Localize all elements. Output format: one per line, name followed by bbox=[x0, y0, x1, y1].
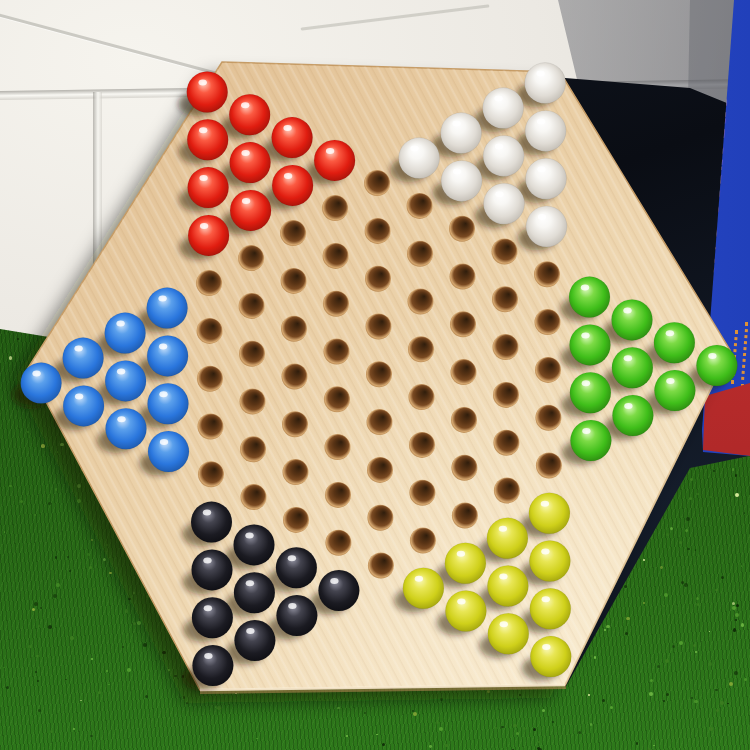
chinese-checkers-board bbox=[0, 0, 750, 750]
marble-white[interactable] bbox=[484, 183, 525, 224]
board-hole[interactable] bbox=[407, 241, 433, 267]
board-hole[interactable] bbox=[408, 289, 434, 315]
board-hole[interactable] bbox=[451, 359, 477, 385]
marble-red[interactable] bbox=[188, 215, 229, 256]
board-hole[interactable] bbox=[282, 364, 308, 390]
board-hole[interactable] bbox=[494, 478, 520, 504]
marble-black[interactable] bbox=[234, 572, 275, 613]
board-hole[interactable] bbox=[323, 243, 349, 269]
board-hole[interactable] bbox=[407, 193, 433, 219]
marble-blue[interactable] bbox=[147, 288, 188, 329]
marble-white[interactable] bbox=[525, 110, 566, 151]
marble-yellow[interactable] bbox=[529, 541, 570, 582]
board-hole[interactable] bbox=[324, 386, 350, 412]
board-hole[interactable] bbox=[197, 366, 223, 392]
board-hole[interactable] bbox=[283, 459, 309, 485]
board-hole[interactable] bbox=[410, 528, 436, 554]
marble-blue[interactable] bbox=[148, 383, 189, 424]
marble-black[interactable] bbox=[234, 620, 275, 661]
marble-red[interactable] bbox=[314, 140, 355, 181]
board-hole[interactable] bbox=[322, 195, 348, 221]
marble-blue[interactable] bbox=[106, 408, 147, 449]
marble-white[interactable] bbox=[526, 158, 567, 199]
board-hole[interactable] bbox=[366, 361, 392, 387]
board-hole[interactable] bbox=[198, 461, 224, 487]
marble-blue[interactable] bbox=[63, 385, 104, 426]
marble-black[interactable] bbox=[276, 595, 317, 636]
board-hole[interactable] bbox=[239, 293, 265, 319]
board-hole[interactable] bbox=[325, 434, 351, 460]
marble-yellow[interactable] bbox=[487, 518, 528, 559]
marble-black[interactable] bbox=[192, 597, 233, 638]
marble-white[interactable] bbox=[483, 88, 524, 129]
marble-yellow[interactable] bbox=[445, 591, 486, 632]
marble-black[interactable] bbox=[192, 549, 233, 590]
marble-yellow[interactable] bbox=[530, 636, 571, 677]
marble-green[interactable] bbox=[696, 345, 737, 386]
marble-black[interactable] bbox=[192, 645, 233, 686]
board-hole[interactable] bbox=[492, 239, 518, 265]
board-hole[interactable] bbox=[196, 270, 222, 296]
board-hole[interactable] bbox=[409, 384, 435, 410]
marble-blue[interactable] bbox=[105, 360, 146, 401]
marble-green[interactable] bbox=[569, 277, 610, 318]
marble-yellow[interactable] bbox=[488, 613, 529, 654]
marble-red[interactable] bbox=[230, 142, 271, 183]
board-hole[interactable] bbox=[197, 318, 223, 344]
marble-white[interactable] bbox=[441, 113, 482, 154]
board-hole[interactable] bbox=[367, 457, 393, 483]
board-hole[interactable] bbox=[492, 286, 518, 312]
board-hole[interactable] bbox=[281, 268, 307, 294]
board-hole[interactable] bbox=[240, 436, 266, 462]
board-hole[interactable] bbox=[241, 484, 267, 510]
marble-yellow[interactable] bbox=[487, 566, 528, 607]
marble-white[interactable] bbox=[525, 63, 566, 104]
marble-white[interactable] bbox=[441, 160, 482, 201]
board-hole[interactable] bbox=[451, 455, 477, 481]
marble-red[interactable] bbox=[187, 72, 228, 113]
board-hole[interactable] bbox=[367, 505, 393, 531]
marble-green[interactable] bbox=[570, 324, 611, 365]
marble-white[interactable] bbox=[526, 206, 567, 247]
board-hole[interactable] bbox=[408, 336, 434, 362]
marble-red[interactable] bbox=[188, 167, 229, 208]
marble-blue[interactable] bbox=[148, 431, 189, 472]
board-hole[interactable] bbox=[364, 170, 390, 196]
board-hole[interactable] bbox=[534, 261, 560, 287]
marble-blue[interactable] bbox=[21, 363, 62, 404]
board-hole[interactable] bbox=[366, 314, 392, 340]
marble-yellow[interactable] bbox=[403, 568, 444, 609]
board-hole[interactable] bbox=[282, 411, 308, 437]
marble-yellow[interactable] bbox=[445, 543, 486, 584]
board-hole[interactable] bbox=[450, 311, 476, 337]
marble-green[interactable] bbox=[570, 420, 611, 461]
board-hole[interactable] bbox=[367, 409, 393, 435]
board-hole[interactable] bbox=[324, 339, 350, 365]
marble-black[interactable] bbox=[318, 570, 359, 611]
marble-red[interactable] bbox=[230, 190, 271, 231]
board-hole[interactable] bbox=[536, 453, 562, 479]
board-hole[interactable] bbox=[198, 414, 224, 440]
marble-green[interactable] bbox=[612, 347, 653, 388]
marble-blue[interactable] bbox=[63, 338, 104, 379]
board-hole[interactable] bbox=[280, 220, 306, 246]
board-hole[interactable] bbox=[409, 432, 435, 458]
board-hole[interactable] bbox=[493, 382, 519, 408]
board-hole[interactable] bbox=[238, 245, 264, 271]
marble-yellow[interactable] bbox=[530, 588, 571, 629]
marble-red[interactable] bbox=[272, 165, 313, 206]
marble-green[interactable] bbox=[570, 372, 611, 413]
board-hole[interactable] bbox=[365, 266, 391, 292]
marble-red[interactable] bbox=[272, 117, 313, 158]
board-hole[interactable] bbox=[535, 309, 561, 335]
board-hole[interactable] bbox=[409, 480, 435, 506]
board-hole[interactable] bbox=[493, 430, 519, 456]
marble-red[interactable] bbox=[187, 119, 228, 160]
board-hole[interactable] bbox=[535, 357, 561, 383]
board-hole[interactable] bbox=[368, 553, 394, 579]
marble-white[interactable] bbox=[483, 135, 524, 176]
marble-red[interactable] bbox=[229, 94, 270, 135]
marble-green[interactable] bbox=[612, 299, 653, 340]
board-hole[interactable] bbox=[452, 503, 478, 529]
board-hole[interactable] bbox=[283, 507, 309, 533]
marble-blue[interactable] bbox=[105, 313, 146, 354]
marble-black[interactable] bbox=[191, 502, 232, 543]
board-hole[interactable] bbox=[449, 216, 475, 242]
marble-green[interactable] bbox=[654, 370, 695, 411]
marble-white[interactable] bbox=[399, 138, 440, 179]
board-hole[interactable] bbox=[493, 334, 519, 360]
marble-black[interactable] bbox=[234, 524, 275, 565]
marble-green[interactable] bbox=[612, 395, 653, 436]
photo-scene: CHECKERS GAM bbox=[0, 0, 750, 750]
board-hole[interactable] bbox=[325, 530, 351, 556]
board-hole[interactable] bbox=[281, 316, 307, 342]
board-hole[interactable] bbox=[535, 405, 561, 431]
board-hole[interactable] bbox=[451, 407, 477, 433]
board-hole[interactable] bbox=[239, 341, 265, 367]
board-hole[interactable] bbox=[365, 218, 391, 244]
board-hole[interactable] bbox=[323, 291, 349, 317]
marble-green[interactable] bbox=[654, 322, 695, 363]
marble-blue[interactable] bbox=[147, 335, 188, 376]
marble-yellow[interactable] bbox=[529, 493, 570, 534]
marble-black[interactable] bbox=[276, 547, 317, 588]
board-hole[interactable] bbox=[240, 389, 266, 415]
board-hole[interactable] bbox=[450, 264, 476, 290]
board-hole[interactable] bbox=[325, 482, 351, 508]
